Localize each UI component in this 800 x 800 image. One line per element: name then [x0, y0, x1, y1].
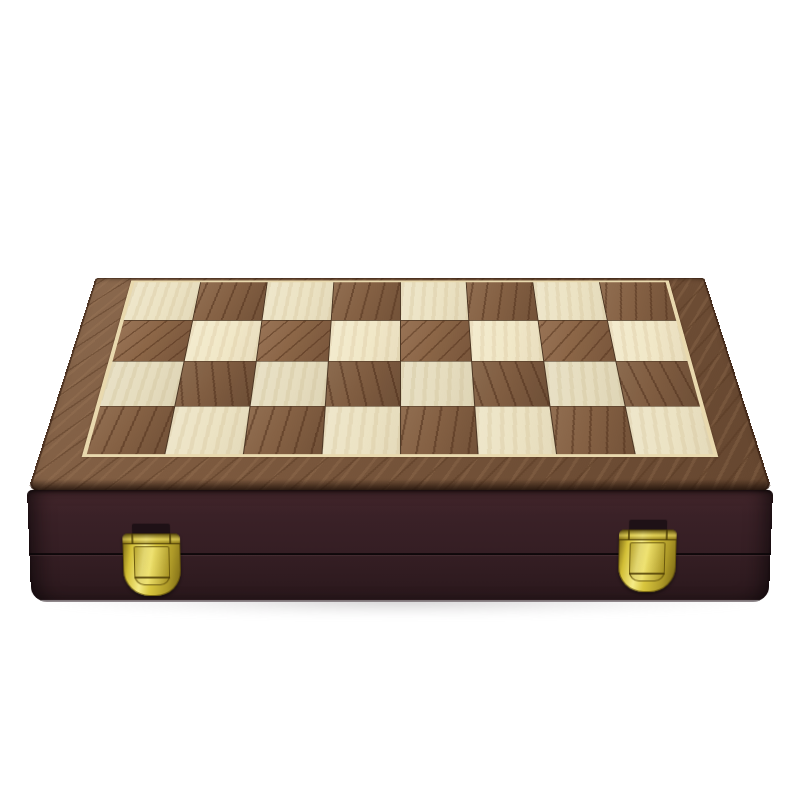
board-square [165, 406, 249, 454]
board-square [250, 362, 327, 406]
left-latch-clasp [120, 524, 183, 600]
checkerboard [87, 282, 713, 454]
board-square [545, 362, 625, 406]
latch-plate-seam [134, 577, 170, 579]
board-square [400, 282, 468, 319]
board-square [608, 320, 687, 361]
board-square [626, 406, 713, 454]
board-square [113, 320, 192, 361]
latch-plate [629, 542, 666, 581]
board-square [467, 282, 538, 319]
board-square [617, 362, 700, 406]
board-square [533, 282, 606, 319]
board-square [87, 406, 174, 454]
board-square [322, 406, 399, 454]
board-square [185, 320, 262, 361]
board-square [193, 282, 266, 319]
latch-plate [134, 546, 171, 585]
board-square [124, 282, 200, 319]
box-front-face [27, 490, 773, 602]
walnut-board-frame [27, 278, 772, 492]
board-square [400, 362, 474, 406]
board-square [551, 406, 635, 454]
board-square [325, 362, 399, 406]
latch-gold-body [618, 530, 677, 593]
board-square [600, 282, 676, 319]
bottom-edge-highlight [41, 600, 759, 602]
product-photo [0, 0, 800, 800]
right-latch-clasp [616, 520, 680, 596]
board-square [262, 282, 333, 319]
board-square [257, 320, 331, 361]
board-square [470, 320, 544, 361]
latch-hinge-bar [122, 533, 180, 544]
latch-hinge-bar [619, 530, 677, 541]
maple-inlay-border [82, 280, 719, 456]
board-square [400, 320, 471, 361]
latch-gold-body [122, 533, 181, 596]
board-square [331, 282, 399, 319]
board-square [473, 362, 550, 406]
board-square [175, 362, 255, 406]
board-square [244, 406, 325, 454]
board-square [329, 320, 400, 361]
board-square [401, 406, 478, 454]
board-square [539, 320, 616, 361]
board-square [476, 406, 557, 454]
board-square [100, 362, 183, 406]
latch-plate-seam [629, 573, 665, 575]
